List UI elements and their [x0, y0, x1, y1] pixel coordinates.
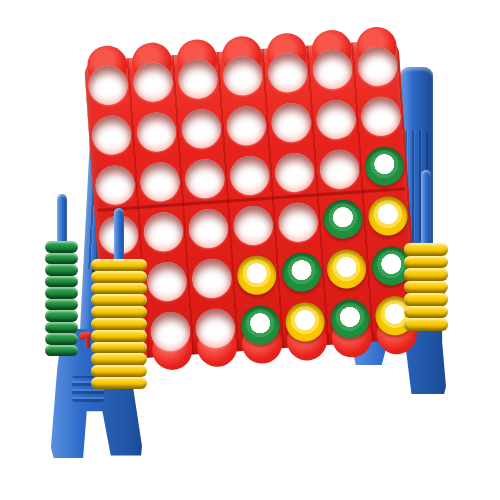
cell-r4c7[interactable]: [364, 189, 412, 242]
cell-r2c4[interactable]: [222, 99, 270, 152]
yellow-spare-disc[interactable]: [91, 365, 147, 377]
cell-r4c4[interactable]: [229, 198, 277, 251]
cell-r3c2[interactable]: [136, 155, 184, 208]
empty-hole: [195, 307, 237, 349]
empty-hole: [136, 111, 178, 153]
cell-r3c6[interactable]: [315, 142, 363, 195]
empty-hole: [94, 164, 136, 206]
stack-discs: [91, 259, 147, 389]
yellow-spare-disc[interactable]: [91, 342, 147, 354]
empty-hole: [184, 157, 226, 199]
cell-r1c6[interactable]: [308, 43, 356, 96]
cell-r3c5[interactable]: [270, 145, 318, 198]
cell-r1c3[interactable]: [174, 52, 222, 105]
green-spare-disc[interactable]: [45, 333, 78, 345]
empty-hole: [315, 98, 357, 140]
yellow-disc: [284, 301, 326, 343]
green-disc: [322, 198, 364, 240]
cell-r5c6[interactable]: [322, 242, 370, 295]
yellow-spare-disc[interactable]: [91, 318, 147, 330]
empty-hole: [91, 114, 133, 156]
empty-hole: [225, 104, 267, 146]
yellow-spare-disc[interactable]: [404, 256, 448, 269]
empty-hole: [277, 201, 319, 243]
cell-r4c3[interactable]: [184, 202, 232, 255]
yellow-spare-disc[interactable]: [91, 294, 147, 306]
empty-hole: [188, 207, 230, 249]
empty-hole: [139, 161, 181, 203]
empty-hole: [270, 101, 312, 143]
cell-r3c7[interactable]: [360, 139, 408, 192]
empty-hole: [360, 95, 402, 137]
cell-r1c7[interactable]: [353, 39, 401, 92]
empty-hole: [229, 154, 271, 196]
yellow-spare-disc[interactable]: [91, 330, 147, 342]
empty-hole: [143, 210, 185, 252]
cell-r1c4[interactable]: [219, 49, 267, 102]
cell-r4c2[interactable]: [139, 205, 187, 258]
empty-hole: [222, 54, 264, 96]
cell-r5c3[interactable]: [188, 251, 236, 304]
yellow-spare-disc[interactable]: [404, 281, 448, 294]
yellow-spare-disc[interactable]: [91, 353, 147, 365]
yellow-disc: [367, 195, 409, 237]
cell-r2c5[interactable]: [267, 96, 315, 149]
cell-r3c4[interactable]: [226, 149, 274, 202]
cell-r3c1[interactable]: [91, 158, 139, 211]
green-disc: [329, 298, 371, 340]
yellow-spare-disc[interactable]: [91, 259, 147, 271]
yellow-disc: [326, 248, 368, 290]
green-spare-disc[interactable]: [45, 310, 78, 322]
yellow-spare-disc[interactable]: [91, 306, 147, 318]
cell-r1c2[interactable]: [129, 55, 177, 108]
yellow-disc: [236, 254, 278, 296]
green-spare-disc[interactable]: [45, 299, 78, 311]
yellow-spare-disc[interactable]: [404, 293, 448, 306]
empty-hole: [232, 204, 274, 246]
cell-r4c6[interactable]: [319, 192, 367, 245]
cell-r5c5[interactable]: [277, 245, 325, 298]
empty-hole: [357, 45, 399, 87]
yellow-spare-disc[interactable]: [91, 283, 147, 295]
empty-hole: [146, 260, 188, 302]
yellow-spare-disc[interactable]: [91, 377, 147, 389]
empty-hole: [132, 61, 174, 103]
empty-hole: [181, 108, 223, 150]
cell-r3c3[interactable]: [181, 152, 229, 205]
green-spare-disc[interactable]: [45, 287, 78, 299]
cell-r5c4[interactable]: [233, 248, 281, 301]
green-spare-disc[interactable]: [45, 322, 78, 334]
cell-r2c1[interactable]: [87, 108, 135, 161]
yellow-spare-disc[interactable]: [404, 318, 448, 331]
stack-discs: [404, 243, 448, 331]
stack-pole: [421, 170, 431, 247]
cell-r2c3[interactable]: [177, 102, 225, 155]
yellow-spare-disc[interactable]: [91, 271, 147, 283]
empty-hole: [267, 51, 309, 93]
yellow-spare-disc[interactable]: [404, 268, 448, 281]
empty-hole: [150, 310, 192, 352]
red-release-lever[interactable]: [77, 332, 94, 348]
cell-r6c6[interactable]: [326, 292, 374, 345]
cell-r2c7[interactable]: [357, 89, 405, 142]
empty-hole: [312, 48, 354, 90]
green-spare-disc[interactable]: [45, 345, 78, 357]
yellow-spare-disc[interactable]: [404, 243, 448, 256]
stack-pole: [57, 194, 67, 246]
cell-r6c2[interactable]: [146, 304, 194, 357]
green-spare-disc[interactable]: [45, 241, 78, 253]
empty-hole: [87, 64, 129, 106]
green-spare-disc[interactable]: [45, 264, 78, 276]
empty-hole: [191, 257, 233, 299]
cell-r6c3[interactable]: [191, 301, 239, 354]
cell-r6c5[interactable]: [281, 295, 329, 348]
cell-r1c5[interactable]: [263, 46, 311, 99]
cell-r2c2[interactable]: [132, 105, 180, 158]
empty-hole: [177, 58, 219, 100]
empty-hole: [274, 151, 316, 193]
cell-r5c2[interactable]: [143, 255, 191, 308]
green-disc: [239, 304, 281, 346]
cell-r1c1[interactable]: [84, 58, 132, 111]
green-disc: [364, 145, 406, 187]
green-spare-disc[interactable]: [45, 253, 78, 265]
yellow-spare-disc[interactable]: [404, 306, 448, 319]
green-spare-disc[interactable]: [45, 276, 78, 288]
stack-pole: [114, 208, 124, 264]
giant-connect-four-product: [0, 0, 500, 500]
cell-r2c6[interactable]: [312, 92, 360, 145]
green-disc: [281, 251, 323, 293]
cell-r6c4[interactable]: [236, 298, 284, 351]
cell-r4c5[interactable]: [274, 195, 322, 248]
empty-hole: [319, 148, 361, 190]
stack-discs: [45, 241, 78, 356]
